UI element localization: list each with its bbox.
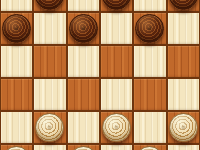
square-r3c3[interactable]: [100, 78, 133, 111]
dark-checker-piece[interactable]: [169, 0, 198, 10]
dark-checker-piece[interactable]: [69, 14, 98, 43]
square-r0c1[interactable]: [33, 0, 66, 12]
square-r4c2[interactable]: [67, 111, 100, 144]
square-r3c1[interactable]: [33, 78, 66, 111]
square-r4c1[interactable]: [33, 111, 66, 144]
light-checker-piece[interactable]: [69, 146, 98, 150]
square-r1c5[interactable]: [167, 12, 200, 45]
square-r0c0[interactable]: [0, 0, 33, 12]
square-r4c5[interactable]: [167, 111, 200, 144]
square-r0c4[interactable]: [133, 0, 166, 12]
square-r2c0[interactable]: [0, 45, 33, 78]
dark-checker-piece[interactable]: [135, 14, 164, 43]
square-r0c3[interactable]: [100, 0, 133, 12]
square-r1c1[interactable]: [33, 12, 66, 45]
square-r4c0[interactable]: [0, 111, 33, 144]
checkers-board: [0, 0, 200, 150]
light-checker-piece[interactable]: [35, 113, 64, 142]
square-r2c2[interactable]: [67, 45, 100, 78]
square-r5c0[interactable]: [0, 144, 33, 150]
square-r2c4[interactable]: [133, 45, 166, 78]
square-r5c1[interactable]: [33, 144, 66, 150]
light-checker-piece[interactable]: [102, 113, 131, 142]
square-r3c0[interactable]: [0, 78, 33, 111]
checkers-game-screen: [0, 0, 200, 150]
square-r5c4[interactable]: [133, 144, 166, 150]
dark-checker-piece[interactable]: [102, 0, 131, 10]
light-checker-piece[interactable]: [2, 146, 31, 150]
square-r3c5[interactable]: [167, 78, 200, 111]
square-r2c5[interactable]: [167, 45, 200, 78]
square-r1c3[interactable]: [100, 12, 133, 45]
square-r1c0[interactable]: [0, 12, 33, 45]
square-r2c1[interactable]: [33, 45, 66, 78]
square-r3c2[interactable]: [67, 78, 100, 111]
light-checker-piece[interactable]: [135, 146, 164, 150]
square-r3c4[interactable]: [133, 78, 166, 111]
square-r1c4[interactable]: [133, 12, 166, 45]
square-r4c3[interactable]: [100, 111, 133, 144]
square-r5c2[interactable]: [67, 144, 100, 150]
square-r0c2[interactable]: [67, 0, 100, 12]
square-r1c2[interactable]: [67, 12, 100, 45]
dark-checker-piece[interactable]: [2, 14, 31, 43]
square-r0c5[interactable]: [167, 0, 200, 12]
square-r5c3[interactable]: [100, 144, 133, 150]
dark-checker-piece[interactable]: [35, 0, 64, 10]
square-r5c5[interactable]: [167, 144, 200, 150]
square-r4c4[interactable]: [133, 111, 166, 144]
square-r2c3[interactable]: [100, 45, 133, 78]
light-checker-piece[interactable]: [169, 113, 198, 142]
